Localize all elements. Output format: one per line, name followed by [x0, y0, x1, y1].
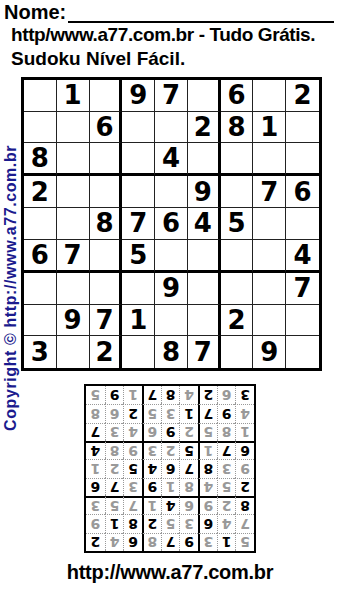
cell-r3c3: [90, 143, 123, 176]
cell-r9c3: 2: [90, 336, 123, 368]
cell-r4c1: 2: [24, 176, 57, 208]
cell-r5c4: 7: [122, 208, 155, 240]
cell-r5c1: [24, 208, 57, 240]
cell-r1c5: 7: [155, 80, 188, 112]
cell-r1c8: [253, 80, 286, 112]
answer-cell-r6c5: 2: [161, 441, 180, 459]
answer-cell-r5c6: 4: [142, 459, 161, 477]
cell-r7c6: [188, 273, 221, 305]
answer-cell-r1c3: 3: [198, 533, 217, 551]
cell-r1c6: [188, 80, 221, 112]
cell-r8c6: [188, 305, 221, 337]
cell-r7c5: 9: [155, 273, 188, 305]
cell-r4c6: 9: [188, 176, 221, 208]
answer-cell-r3c5: 4: [161, 496, 180, 514]
cell-r2c5: [155, 112, 188, 144]
answer-cell-r8c8: 6: [105, 404, 124, 422]
answer-cell-r1c1: 5: [235, 533, 254, 551]
cell-r9c5: 8: [155, 336, 188, 368]
name-label: Nome:: [4, 1, 66, 23]
cell-r6c3: [90, 240, 123, 273]
cell-r4c4: [122, 176, 155, 208]
answer-cell-r8c7: 2: [123, 404, 142, 422]
cell-r3c6: [188, 143, 221, 176]
answer-cell-r9c6: 7: [142, 386, 161, 404]
answer-cell-r6c9: 4: [86, 441, 105, 459]
answer-cell-r7c1: 1: [235, 423, 254, 441]
answer-cell-r1c2: 1: [217, 533, 236, 551]
cell-r8c4: 1: [122, 305, 155, 337]
answer-cell-r3c1: 8: [235, 496, 254, 514]
cell-r5c7: 5: [221, 208, 254, 240]
cell-r9c7: [221, 336, 254, 368]
cell-r2c4: [122, 112, 155, 144]
answer-cell-r6c8: 8: [105, 441, 124, 459]
answer-cell-r5c7: 5: [123, 459, 142, 477]
cell-r7c1: [24, 273, 57, 305]
cell-r8c5: [155, 305, 188, 337]
cell-r5c2: [57, 208, 90, 240]
answer-cell-r2c6: 2: [142, 514, 161, 532]
answer-cell-r6c6: 3: [142, 441, 161, 459]
cell-r5c6: 4: [188, 208, 221, 240]
cell-r4c7: [221, 176, 254, 208]
answer-cell-r9c8: 9: [105, 386, 124, 404]
cell-r1c4: 9: [122, 80, 155, 112]
cell-r2c2: [57, 112, 90, 144]
answer-cell-r1c4: 9: [179, 533, 198, 551]
cell-r4c3: [90, 176, 123, 208]
cell-r9c9: [286, 336, 319, 368]
cell-r7c3: [90, 273, 123, 305]
cell-r8c9: [286, 305, 319, 337]
cell-r6c1: 6: [24, 240, 57, 273]
answer-cell-r2c9: 9: [86, 514, 105, 532]
answer-cell-r3c6: 1: [142, 496, 161, 514]
answer-cell-r7c4: 2: [179, 423, 198, 441]
cell-r4c2: [57, 176, 90, 208]
cell-r9c8: 9: [253, 336, 286, 368]
answer-cell-r6c3: 1: [198, 441, 217, 459]
cell-r4c5: [155, 176, 188, 208]
answer-cell-r8c6: 5: [142, 404, 161, 422]
cell-r2c1: [24, 112, 57, 144]
sudoku-answer-grid-rotated: 5139786427463528198296417532548193769387…: [84, 384, 256, 553]
answer-cell-r4c4: 8: [179, 478, 198, 496]
cell-r5c5: 6: [155, 208, 188, 240]
answer-cell-r9c5: 8: [161, 386, 180, 404]
answer-cell-r4c2: 5: [217, 478, 236, 496]
cell-r7c9: 7: [286, 273, 319, 305]
cell-r3c5: 4: [155, 143, 188, 176]
cell-r6c6: [188, 240, 221, 273]
answer-cell-r2c5: 5: [161, 514, 180, 532]
copyright-vertical-text: Copyright © http://www.a77.com.br: [2, 85, 22, 431]
cell-r5c9: [286, 208, 319, 240]
answer-cell-r4c1: 2: [235, 478, 254, 496]
answer-cell-r7c9: 7: [86, 423, 105, 441]
cell-r9c2: [57, 336, 90, 368]
answer-cell-r3c3: 9: [198, 496, 217, 514]
answer-cell-r5c4: 7: [179, 459, 198, 477]
cell-r9c4: [122, 336, 155, 368]
cell-r6c9: 4: [286, 240, 319, 273]
answer-cell-r7c6: 6: [142, 423, 161, 441]
cell-r1c1: [24, 80, 57, 112]
cell-r6c2: 7: [57, 240, 90, 273]
cell-r7c4: [122, 273, 155, 305]
cell-r2c9: [286, 112, 319, 144]
answer-cell-r2c3: 6: [198, 514, 217, 532]
cell-r3c1: 8: [24, 143, 57, 176]
answer-cell-r1c7: 6: [123, 533, 142, 551]
answer-cell-r7c7: 4: [123, 423, 142, 441]
name-row: Nome:: [4, 1, 334, 23]
answer-cell-r5c5: 6: [161, 459, 180, 477]
cell-r9c6: 7: [188, 336, 221, 368]
answer-cell-r1c9: 2: [86, 533, 105, 551]
cell-r7c8: [253, 273, 286, 305]
answer-cell-r7c8: 3: [105, 423, 124, 441]
answer-cell-r7c5: 9: [161, 423, 180, 441]
answer-cell-r4c9: 6: [86, 478, 105, 496]
answer-cell-r9c9: 5: [86, 386, 105, 404]
cell-r8c7: 2: [221, 305, 254, 337]
cell-r8c2: 9: [57, 305, 90, 337]
cell-r2c8: 1: [253, 112, 286, 144]
answer-cell-r7c2: 8: [217, 423, 236, 441]
answer-cell-r2c7: 8: [123, 514, 142, 532]
answer-cell-r4c6: 9: [142, 478, 161, 496]
answer-cell-r8c3: 7: [198, 404, 217, 422]
cell-r3c8: [253, 143, 286, 176]
cell-r5c8: [253, 208, 286, 240]
cell-r1c7: 6: [221, 80, 254, 112]
answer-cell-r8c9: 8: [86, 404, 105, 422]
name-underline: [68, 2, 334, 23]
answer-cell-r5c3: 8: [198, 459, 217, 477]
answer-cell-r6c1: 6: [235, 441, 254, 459]
cell-r1c9: 2: [286, 80, 319, 112]
answer-cell-r4c8: 7: [105, 478, 124, 496]
answer-cell-r9c2: 6: [217, 386, 236, 404]
answer-cell-r2c8: 1: [105, 514, 124, 532]
answer-cell-r6c7: 9: [123, 441, 142, 459]
answer-cell-r1c5: 7: [161, 533, 180, 551]
cell-r9c1: 3: [24, 336, 57, 368]
cell-r6c7: [221, 240, 254, 273]
site-tagline: http/www.a77.com.br - Tudo Grátis.: [11, 24, 315, 46]
cell-r8c3: 7: [90, 305, 123, 337]
cell-r3c9: [286, 143, 319, 176]
answer-cell-r2c1: 7: [235, 514, 254, 532]
answer-cell-r8c5: 3: [161, 404, 180, 422]
answer-cell-r6c2: 7: [217, 441, 236, 459]
cell-r5c3: 8: [90, 208, 123, 240]
answer-cell-r8c1: 4: [235, 404, 254, 422]
answer-cell-r3c8: 5: [105, 496, 124, 514]
cell-r6c8: [253, 240, 286, 273]
answer-cell-r1c8: 4: [105, 533, 124, 551]
sudoku-print-page: Nome: http/www.a77.com.br - Tudo Grátis.…: [0, 0, 340, 596]
answer-cell-r9c3: 2: [198, 386, 217, 404]
answer-cell-r4c3: 4: [198, 478, 217, 496]
answer-cell-r5c8: 2: [105, 459, 124, 477]
cell-r8c1: [24, 305, 57, 337]
answer-cell-r9c7: 1: [123, 386, 142, 404]
answer-cell-r5c2: 3: [217, 459, 236, 477]
cell-r4c8: 7: [253, 176, 286, 208]
answer-cell-r4c5: 1: [161, 478, 180, 496]
answer-cell-r1c6: 8: [142, 533, 161, 551]
footer-url: http://www.a77.com.br: [0, 561, 340, 584]
cell-r8c8: [253, 305, 286, 337]
answer-cell-r4c7: 3: [123, 478, 142, 496]
answer-cell-r2c2: 4: [217, 514, 236, 532]
answer-cell-r8c2: 9: [217, 404, 236, 422]
cell-r3c7: [221, 143, 254, 176]
answer-cell-r5c1: 9: [235, 459, 254, 477]
cell-r2c7: 8: [221, 112, 254, 144]
cell-r7c7: [221, 273, 254, 305]
cell-r7c2: [57, 273, 90, 305]
cell-r2c6: 2: [188, 112, 221, 144]
answer-cell-r9c1: 3: [235, 386, 254, 404]
cell-r6c4: 5: [122, 240, 155, 273]
answer-cell-r3c7: 7: [123, 496, 142, 514]
answer-cell-r7c3: 5: [198, 423, 217, 441]
answer-cell-r2c4: 3: [179, 514, 198, 532]
cell-r3c2: [57, 143, 90, 176]
cell-r2c3: 6: [90, 112, 123, 144]
answer-cell-r3c2: 2: [217, 496, 236, 514]
sudoku-puzzle-grid: 19762628184297687645675497971232879: [21, 77, 322, 371]
puzzle-level-title: Sudoku Nível Fácil.: [11, 48, 185, 70]
answer-cell-r8c4: 1: [179, 404, 198, 422]
answer-cell-r6c4: 5: [179, 441, 198, 459]
answer-cell-r5c9: 1: [86, 459, 105, 477]
cell-r1c2: 1: [57, 80, 90, 112]
cell-r3c4: [122, 143, 155, 176]
cell-r4c9: 6: [286, 176, 319, 208]
cell-r6c5: [155, 240, 188, 273]
answer-cell-r9c4: 4: [179, 386, 198, 404]
answer-cell-r3c4: 6: [179, 496, 198, 514]
answer-cell-r3c9: 3: [86, 496, 105, 514]
cell-r1c3: [90, 80, 123, 112]
